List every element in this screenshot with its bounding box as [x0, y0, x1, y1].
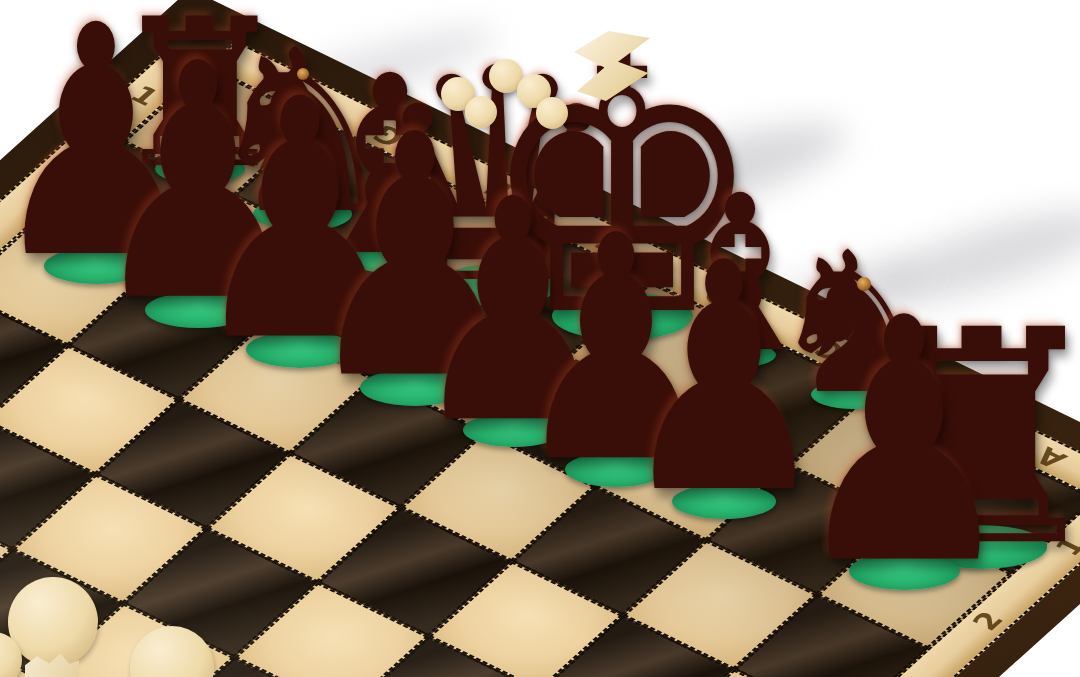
chess-set-photo: HGFEDCBA HGFEDCBA 12345678 12345678 ♜♞♝♛…: [0, 0, 1080, 677]
queen-crown-ball: [465, 96, 497, 128]
piece-dark-pawn-a2[interactable]: ♟: [791, 274, 1017, 610]
light-piece-top[interactable]: [8, 577, 98, 667]
knight-eye-tack: [857, 277, 871, 291]
knight-eye-tack: [297, 68, 309, 80]
queen-crown-ball: [536, 97, 568, 129]
